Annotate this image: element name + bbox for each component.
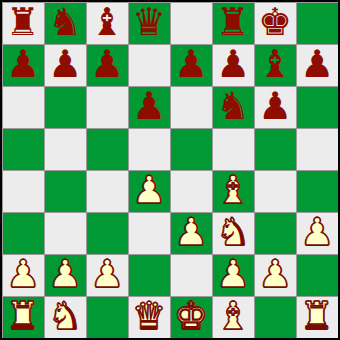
- square-e6[interactable]: [170, 86, 212, 128]
- square-f1[interactable]: ♝: [212, 296, 254, 338]
- white-knight-piece[interactable]: ♞: [216, 211, 250, 253]
- square-h1[interactable]: ♜: [296, 296, 338, 338]
- white-king-piece[interactable]: ♚: [174, 295, 208, 337]
- square-h4[interactable]: [296, 170, 338, 212]
- square-a3[interactable]: [2, 212, 44, 254]
- square-c6[interactable]: [86, 86, 128, 128]
- square-b3[interactable]: [44, 212, 86, 254]
- black-pawn-piece[interactable]: ♟: [48, 43, 82, 85]
- square-c7[interactable]: ♟: [86, 44, 128, 86]
- black-bishop-piece[interactable]: ♝: [90, 1, 124, 43]
- square-d8[interactable]: ♛: [128, 2, 170, 44]
- square-d1[interactable]: ♛: [128, 296, 170, 338]
- square-g1[interactable]: [254, 296, 296, 338]
- square-a8[interactable]: ♜: [2, 2, 44, 44]
- white-pawn-piece[interactable]: ♟: [132, 169, 166, 211]
- square-f6[interactable]: ♞: [212, 86, 254, 128]
- square-h5[interactable]: [296, 128, 338, 170]
- square-b2[interactable]: ♟: [44, 254, 86, 296]
- black-knight-piece[interactable]: ♞: [48, 1, 82, 43]
- square-d5[interactable]: [128, 128, 170, 170]
- square-h2[interactable]: [296, 254, 338, 296]
- white-pawn-piece[interactable]: ♟: [90, 253, 124, 295]
- chess-board: ♜♞♝♛♜♚♟♟♟♟♟♝♟♟♞♟♟♝♟♞♟♟♟♟♟♟♜♞♛♚♝♜: [0, 0, 340, 340]
- square-d6[interactable]: ♟: [128, 86, 170, 128]
- square-g5[interactable]: [254, 128, 296, 170]
- square-f4[interactable]: ♝: [212, 170, 254, 212]
- square-h8[interactable]: [296, 2, 338, 44]
- square-d3[interactable]: [128, 212, 170, 254]
- square-c8[interactable]: ♝: [86, 2, 128, 44]
- square-b8[interactable]: ♞: [44, 2, 86, 44]
- square-f8[interactable]: ♜: [212, 2, 254, 44]
- square-c4[interactable]: [86, 170, 128, 212]
- white-pawn-piece[interactable]: ♟: [216, 253, 250, 295]
- black-king-piece[interactable]: ♚: [258, 1, 292, 43]
- black-pawn-piece[interactable]: ♟: [174, 43, 208, 85]
- square-a2[interactable]: ♟: [2, 254, 44, 296]
- square-c1[interactable]: [86, 296, 128, 338]
- square-d4[interactable]: ♟: [128, 170, 170, 212]
- black-knight-piece[interactable]: ♞: [216, 85, 250, 127]
- white-bishop-piece[interactable]: ♝: [216, 295, 250, 337]
- square-g7[interactable]: ♝: [254, 44, 296, 86]
- black-bishop-piece[interactable]: ♝: [258, 43, 292, 85]
- square-g6[interactable]: ♟: [254, 86, 296, 128]
- square-g8[interactable]: ♚: [254, 2, 296, 44]
- white-bishop-piece[interactable]: ♝: [216, 169, 250, 211]
- square-c2[interactable]: ♟: [86, 254, 128, 296]
- square-f5[interactable]: [212, 128, 254, 170]
- white-pawn-piece[interactable]: ♟: [258, 253, 292, 295]
- square-f7[interactable]: ♟: [212, 44, 254, 86]
- square-g3[interactable]: [254, 212, 296, 254]
- square-g2[interactable]: ♟: [254, 254, 296, 296]
- white-knight-piece[interactable]: ♞: [48, 295, 82, 337]
- white-pawn-piece[interactable]: ♟: [6, 253, 40, 295]
- white-rook-piece[interactable]: ♜: [6, 295, 40, 337]
- square-e3[interactable]: ♟: [170, 212, 212, 254]
- square-e7[interactable]: ♟: [170, 44, 212, 86]
- white-pawn-piece[interactable]: ♟: [48, 253, 82, 295]
- black-pawn-piece[interactable]: ♟: [258, 85, 292, 127]
- white-pawn-piece[interactable]: ♟: [300, 211, 334, 253]
- square-b4[interactable]: [44, 170, 86, 212]
- square-a1[interactable]: ♜: [2, 296, 44, 338]
- square-h7[interactable]: ♟: [296, 44, 338, 86]
- square-a5[interactable]: [2, 128, 44, 170]
- black-rook-piece[interactable]: ♜: [6, 1, 40, 43]
- white-queen-piece[interactable]: ♛: [132, 295, 166, 337]
- black-pawn-piece[interactable]: ♟: [6, 43, 40, 85]
- square-f2[interactable]: ♟: [212, 254, 254, 296]
- square-b1[interactable]: ♞: [44, 296, 86, 338]
- white-rook-piece[interactable]: ♜: [300, 295, 334, 337]
- black-pawn-piece[interactable]: ♟: [216, 43, 250, 85]
- square-c3[interactable]: [86, 212, 128, 254]
- square-e2[interactable]: [170, 254, 212, 296]
- black-queen-piece[interactable]: ♛: [132, 1, 166, 43]
- square-b6[interactable]: [44, 86, 86, 128]
- square-e8[interactable]: [170, 2, 212, 44]
- black-pawn-piece[interactable]: ♟: [90, 43, 124, 85]
- square-a4[interactable]: [2, 170, 44, 212]
- square-b7[interactable]: ♟: [44, 44, 86, 86]
- square-d2[interactable]: [128, 254, 170, 296]
- square-a6[interactable]: [2, 86, 44, 128]
- square-e4[interactable]: [170, 170, 212, 212]
- square-d7[interactable]: [128, 44, 170, 86]
- white-pawn-piece[interactable]: ♟: [174, 211, 208, 253]
- square-g4[interactable]: [254, 170, 296, 212]
- square-e5[interactable]: [170, 128, 212, 170]
- square-h6[interactable]: [296, 86, 338, 128]
- black-rook-piece[interactable]: ♜: [216, 1, 250, 43]
- square-a7[interactable]: ♟: [2, 44, 44, 86]
- square-f3[interactable]: ♞: [212, 212, 254, 254]
- black-pawn-piece[interactable]: ♟: [132, 85, 166, 127]
- square-c5[interactable]: [86, 128, 128, 170]
- square-b5[interactable]: [44, 128, 86, 170]
- square-h3[interactable]: ♟: [296, 212, 338, 254]
- square-e1[interactable]: ♚: [170, 296, 212, 338]
- black-pawn-piece[interactable]: ♟: [300, 43, 334, 85]
